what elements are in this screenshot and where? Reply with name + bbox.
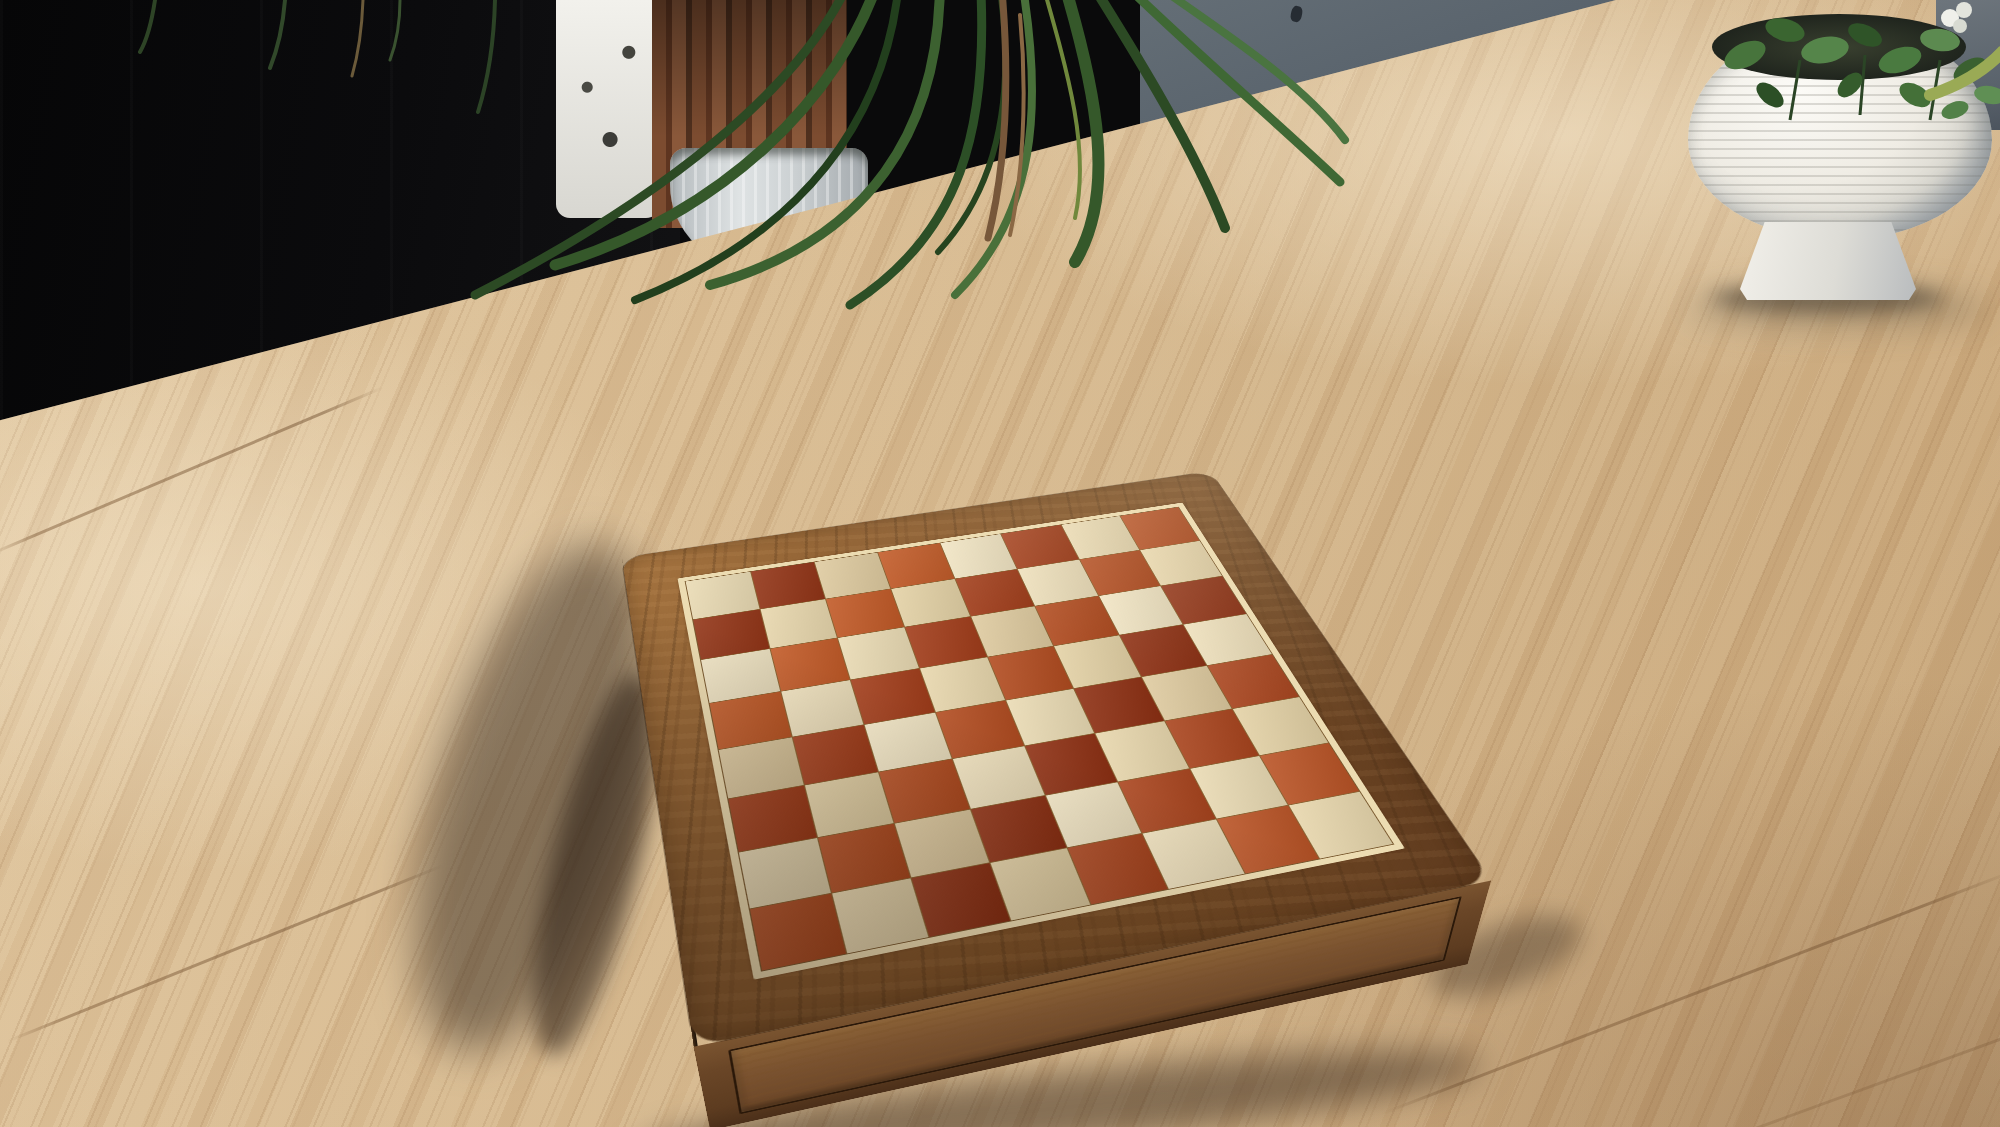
square-c3 xyxy=(879,759,969,822)
photo-scene xyxy=(0,0,2000,1127)
square-b2 xyxy=(818,824,911,893)
square-f2 xyxy=(1118,769,1215,833)
square-d4 xyxy=(936,700,1024,758)
plank-seam xyxy=(1702,1010,2000,1127)
square-d2 xyxy=(971,796,1066,863)
palm-plant xyxy=(100,0,1360,330)
plank-seam xyxy=(7,864,444,1043)
square-b3 xyxy=(805,772,894,837)
vase-plant xyxy=(1650,0,2000,200)
square-e2 xyxy=(1045,782,1141,847)
square-f1 xyxy=(1143,820,1244,889)
square-a4 xyxy=(719,737,804,798)
square-e1 xyxy=(1067,834,1167,904)
square-a3 xyxy=(728,786,816,852)
square-h1 xyxy=(1290,792,1393,858)
square-b4 xyxy=(792,725,878,785)
plank-seam xyxy=(0,386,383,557)
white-flower xyxy=(1941,2,1972,33)
square-h3 xyxy=(1233,697,1328,755)
vase-foot xyxy=(1740,222,1916,300)
square-d3 xyxy=(953,746,1044,808)
square-h2 xyxy=(1260,743,1359,805)
square-e3 xyxy=(1025,734,1117,795)
palm-leaves xyxy=(475,0,1345,305)
square-b1 xyxy=(832,879,929,954)
square-g2 xyxy=(1190,756,1288,819)
square-d1 xyxy=(990,849,1089,921)
square-c1 xyxy=(912,863,1010,936)
square-g1 xyxy=(1217,806,1319,874)
square-a2 xyxy=(739,838,831,909)
square-f3 xyxy=(1096,721,1189,781)
palm-leaf-tips xyxy=(140,0,495,112)
square-a5 xyxy=(710,692,792,749)
square-a1 xyxy=(750,894,846,970)
square-c4 xyxy=(865,712,952,771)
square-c2 xyxy=(895,810,989,878)
square-g3 xyxy=(1165,709,1259,768)
